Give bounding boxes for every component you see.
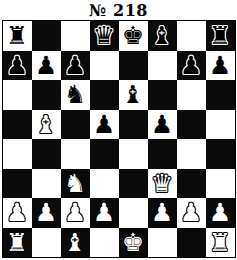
white-pawn: ♟ <box>180 200 202 225</box>
square-h5[interactable] <box>206 110 235 140</box>
square-g8[interactable] <box>177 21 206 51</box>
square-b4[interactable] <box>32 139 61 169</box>
square-a8[interactable]: ♜ <box>3 21 32 51</box>
black-pawn: ♟ <box>180 53 202 78</box>
black-bishop: ♝ <box>122 82 144 107</box>
square-c2[interactable]: ♟ <box>61 198 90 228</box>
square-e5[interactable] <box>119 110 148 140</box>
black-king: ♚ <box>122 23 144 48</box>
square-e3[interactable] <box>119 169 148 199</box>
square-d7[interactable] <box>90 51 119 81</box>
black-pawn: ♟ <box>151 112 173 137</box>
square-c8[interactable] <box>61 21 90 51</box>
black-pawn: ♟ <box>35 53 57 78</box>
black-rook: ♜ <box>6 23 28 48</box>
square-e1[interactable]: ♚ <box>119 228 148 258</box>
square-f4[interactable] <box>148 139 177 169</box>
square-d4[interactable] <box>90 139 119 169</box>
square-f3[interactable]: ♛ <box>148 169 177 199</box>
square-e2[interactable] <box>119 198 148 228</box>
square-d2[interactable]: ♟ <box>90 198 119 228</box>
square-h4[interactable] <box>206 139 235 169</box>
square-f1[interactable] <box>148 228 177 258</box>
square-g5[interactable] <box>177 110 206 140</box>
square-c6[interactable]: ♞ <box>61 80 90 110</box>
square-g2[interactable]: ♟ <box>177 198 206 228</box>
square-f2[interactable]: ♟ <box>148 198 177 228</box>
black-pawn: ♟ <box>93 112 115 137</box>
chess-diagram-page: № 218 ♜♛♚♝♜♟♟♟♟♟♞♝♝♟♟♞♛♟♟♟♟♟♟♟♜♝♚♜ <box>0 0 237 260</box>
square-f7[interactable] <box>148 51 177 81</box>
white-pawn: ♟ <box>209 200 231 225</box>
chess-board: ♜♛♚♝♜♟♟♟♟♟♞♝♝♟♟♞♛♟♟♟♟♟♟♟♜♝♚♜ <box>2 20 236 258</box>
square-h1[interactable]: ♜ <box>206 228 235 258</box>
black-pawn: ♟ <box>209 53 231 78</box>
square-f8[interactable]: ♝ <box>148 21 177 51</box>
square-a3[interactable] <box>3 169 32 199</box>
white-knight: ♞ <box>64 171 86 196</box>
square-b2[interactable]: ♟ <box>32 198 61 228</box>
square-a2[interactable]: ♟ <box>3 198 32 228</box>
square-h3[interactable] <box>206 169 235 199</box>
square-d3[interactable] <box>90 169 119 199</box>
white-rook: ♜ <box>6 230 28 255</box>
square-f5[interactable]: ♟ <box>148 110 177 140</box>
square-b3[interactable] <box>32 169 61 199</box>
white-pawn: ♟ <box>64 200 86 225</box>
square-h7[interactable]: ♟ <box>206 51 235 81</box>
square-e7[interactable] <box>119 51 148 81</box>
square-a7[interactable]: ♟ <box>3 51 32 81</box>
white-king: ♚ <box>122 230 144 255</box>
square-c4[interactable] <box>61 139 90 169</box>
square-c3[interactable]: ♞ <box>61 169 90 199</box>
black-rook: ♜ <box>209 23 231 48</box>
square-c7[interactable]: ♟ <box>61 51 90 81</box>
square-a6[interactable] <box>3 80 32 110</box>
square-b1[interactable] <box>32 228 61 258</box>
white-bishop: ♝ <box>35 112 57 137</box>
white-rook: ♜ <box>209 230 231 255</box>
square-e6[interactable]: ♝ <box>119 80 148 110</box>
white-pawn: ♟ <box>93 200 115 225</box>
square-d6[interactable] <box>90 80 119 110</box>
black-queen: ♛ <box>93 23 115 48</box>
square-g7[interactable]: ♟ <box>177 51 206 81</box>
square-c1[interactable]: ♝ <box>61 228 90 258</box>
square-d1[interactable] <box>90 228 119 258</box>
square-e8[interactable]: ♚ <box>119 21 148 51</box>
square-f6[interactable] <box>148 80 177 110</box>
white-pawn: ♟ <box>35 200 57 225</box>
diagram-title: № 218 <box>0 1 237 20</box>
square-b5[interactable]: ♝ <box>32 110 61 140</box>
square-a5[interactable] <box>3 110 32 140</box>
black-pawn: ♟ <box>6 53 28 78</box>
square-g1[interactable] <box>177 228 206 258</box>
square-c5[interactable] <box>61 110 90 140</box>
square-d5[interactable]: ♟ <box>90 110 119 140</box>
black-knight: ♞ <box>64 82 86 107</box>
square-h6[interactable] <box>206 80 235 110</box>
black-bishop: ♝ <box>151 23 173 48</box>
square-a4[interactable] <box>3 139 32 169</box>
square-g4[interactable] <box>177 139 206 169</box>
square-b7[interactable]: ♟ <box>32 51 61 81</box>
square-d8[interactable]: ♛ <box>90 21 119 51</box>
white-bishop: ♝ <box>64 230 86 255</box>
square-b8[interactable] <box>32 21 61 51</box>
square-h8[interactable]: ♜ <box>206 21 235 51</box>
white-pawn: ♟ <box>6 200 28 225</box>
white-queen: ♛ <box>151 171 173 196</box>
square-g3[interactable] <box>177 169 206 199</box>
white-pawn: ♟ <box>151 200 173 225</box>
black-pawn: ♟ <box>64 53 86 78</box>
square-h2[interactable]: ♟ <box>206 198 235 228</box>
square-a1[interactable]: ♜ <box>3 228 32 258</box>
square-b6[interactable] <box>32 80 61 110</box>
square-g6[interactable] <box>177 80 206 110</box>
square-e4[interactable] <box>119 139 148 169</box>
